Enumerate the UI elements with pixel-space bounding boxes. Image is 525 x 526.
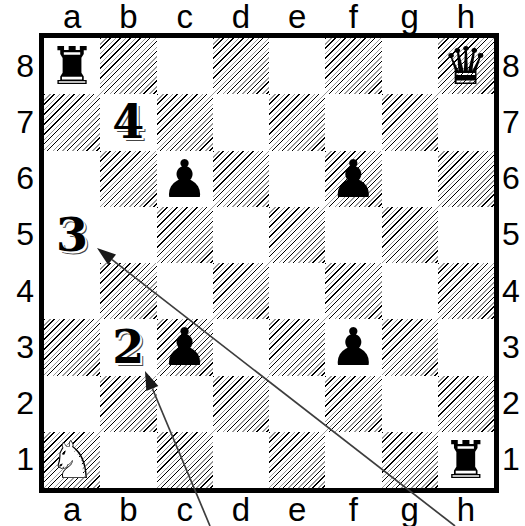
black-pawn[interactable]: ♟ — [161, 321, 208, 373]
square-d5[interactable] — [213, 207, 269, 263]
square-f5[interactable] — [325, 207, 381, 263]
square-d3[interactable] — [213, 319, 269, 375]
square-g3[interactable] — [382, 319, 438, 375]
white-knight[interactable]: ♞♘ — [49, 434, 96, 486]
square-g1[interactable] — [382, 432, 438, 488]
file-labels-bottom: abcdefgh — [44, 493, 494, 526]
square-e1[interactable] — [269, 432, 325, 488]
file-labels-top: abcdefgh — [44, 0, 494, 33]
move-number-2-on-b3: 2 — [112, 324, 144, 370]
square-b6[interactable] — [100, 151, 156, 207]
file-label-g: g — [382, 0, 438, 33]
square-c1[interactable] — [157, 432, 213, 488]
file-label-f: f — [325, 0, 381, 33]
square-f8[interactable] — [325, 38, 381, 94]
square-c8[interactable] — [157, 38, 213, 94]
square-c4[interactable] — [157, 263, 213, 319]
square-f6[interactable]: ♟ — [325, 151, 381, 207]
square-c5[interactable] — [157, 207, 213, 263]
black-pawn[interactable]: ♟ — [161, 153, 208, 205]
rank-label-3: 3 — [0, 319, 37, 375]
square-a3[interactable] — [44, 319, 100, 375]
square-f7[interactable] — [325, 94, 381, 150]
rank-label-1: 1 — [499, 432, 525, 488]
square-e7[interactable] — [269, 94, 325, 150]
square-a4[interactable] — [44, 263, 100, 319]
file-label-g: g — [382, 493, 438, 526]
square-h2[interactable] — [438, 376, 494, 432]
black-rook[interactable]: ♜ — [49, 40, 96, 92]
rank-label-8: 8 — [0, 38, 37, 94]
rank-label-2: 2 — [0, 376, 37, 432]
file-label-h: h — [438, 0, 494, 33]
square-e4[interactable] — [269, 263, 325, 319]
square-a1[interactable]: ♞♘ — [44, 432, 100, 488]
square-f1[interactable] — [325, 432, 381, 488]
square-g8[interactable] — [382, 38, 438, 94]
square-e2[interactable] — [269, 376, 325, 432]
square-f4[interactable] — [325, 263, 381, 319]
square-h1[interactable]: ♜ — [438, 432, 494, 488]
file-label-b: b — [100, 0, 156, 33]
square-d8[interactable] — [213, 38, 269, 94]
square-c2[interactable] — [157, 376, 213, 432]
square-g7[interactable] — [382, 94, 438, 150]
square-c6[interactable]: ♟ — [157, 151, 213, 207]
rank-label-5: 5 — [499, 207, 525, 263]
rank-labels-right: 87654321 — [499, 38, 525, 488]
move-number-3-on-a5: 3 — [56, 212, 88, 258]
square-b3[interactable]: 2 — [100, 319, 156, 375]
file-label-a: a — [44, 0, 100, 33]
square-g5[interactable] — [382, 207, 438, 263]
square-f2[interactable] — [325, 376, 381, 432]
square-d4[interactable] — [213, 263, 269, 319]
square-h4[interactable] — [438, 263, 494, 319]
black-pawn[interactable]: ♟ — [330, 153, 377, 205]
square-a8[interactable]: ♜ — [44, 38, 100, 94]
rank-label-5: 5 — [0, 207, 37, 263]
rank-label-6: 6 — [499, 151, 525, 207]
chess-diagram-page: abcdefgh 87654321 ♜♛4♟♟32♟♟♞♘♜ 87654321 … — [0, 0, 525, 526]
chess-board: ♜♛4♟♟32♟♟♞♘♜ — [39, 33, 499, 493]
square-b4[interactable] — [100, 263, 156, 319]
file-label-f: f — [325, 493, 381, 526]
file-label-c: c — [157, 493, 213, 526]
black-queen[interactable]: ♛ — [443, 40, 490, 92]
rank-label-4: 4 — [0, 263, 37, 319]
rank-label-3: 3 — [499, 319, 525, 375]
square-c3[interactable]: ♟ — [157, 319, 213, 375]
square-g2[interactable] — [382, 376, 438, 432]
square-d6[interactable] — [213, 151, 269, 207]
square-g6[interactable] — [382, 151, 438, 207]
file-label-a: a — [44, 493, 100, 526]
square-d7[interactable] — [213, 94, 269, 150]
rank-label-6: 6 — [0, 151, 37, 207]
square-a7[interactable] — [44, 94, 100, 150]
square-c7[interactable] — [157, 94, 213, 150]
square-f3[interactable]: ♟ — [325, 319, 381, 375]
square-b8[interactable] — [100, 38, 156, 94]
rank-label-4: 4 — [499, 263, 525, 319]
rank-label-8: 8 — [499, 38, 525, 94]
black-rook[interactable]: ♜ — [443, 434, 490, 486]
square-b1[interactable] — [100, 432, 156, 488]
rank-label-7: 7 — [0, 94, 37, 150]
square-g4[interactable] — [382, 263, 438, 319]
rank-labels-left: 87654321 — [0, 38, 37, 488]
rank-label-1: 1 — [0, 432, 37, 488]
file-label-d: d — [213, 493, 269, 526]
file-label-h: h — [438, 493, 494, 526]
file-label-d: d — [213, 0, 269, 33]
square-a6[interactable] — [44, 151, 100, 207]
square-h3[interactable] — [438, 319, 494, 375]
board-grid: ♜♛4♟♟32♟♟♞♘♜ — [44, 38, 494, 488]
square-h5[interactable] — [438, 207, 494, 263]
square-e3[interactable] — [269, 319, 325, 375]
file-label-e: e — [269, 0, 325, 33]
black-pawn[interactable]: ♟ — [330, 321, 377, 373]
square-e8[interactable] — [269, 38, 325, 94]
square-d1[interactable] — [213, 432, 269, 488]
file-label-c: c — [157, 0, 213, 33]
square-b2[interactable] — [100, 376, 156, 432]
square-h6[interactable] — [438, 151, 494, 207]
square-d2[interactable] — [213, 376, 269, 432]
square-h7[interactable] — [438, 94, 494, 150]
file-label-e: e — [269, 493, 325, 526]
square-h8[interactable]: ♛ — [438, 38, 494, 94]
square-e6[interactable] — [269, 151, 325, 207]
square-a2[interactable] — [44, 376, 100, 432]
move-number-4-on-b7: 4 — [112, 99, 144, 145]
rank-label-2: 2 — [499, 376, 525, 432]
square-b7[interactable]: 4 — [100, 94, 156, 150]
square-a5[interactable]: 3 — [44, 207, 100, 263]
square-b5[interactable] — [100, 207, 156, 263]
square-e5[interactable] — [269, 207, 325, 263]
file-label-b: b — [100, 493, 156, 526]
rank-label-7: 7 — [499, 94, 525, 150]
